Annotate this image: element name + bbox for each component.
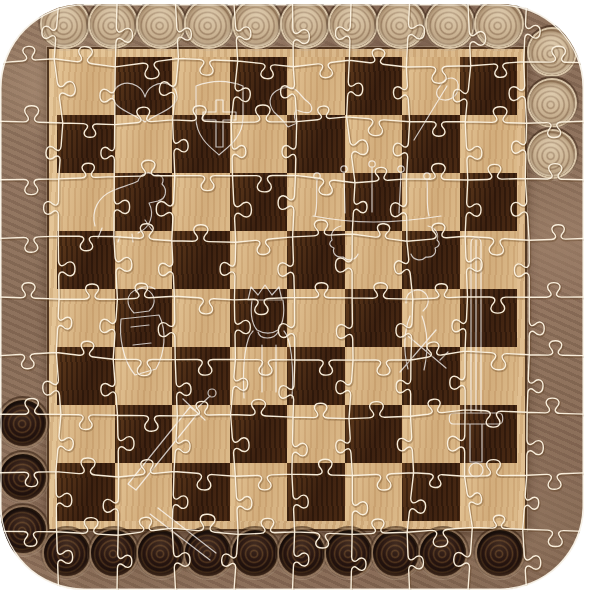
board-square[interactable] <box>460 289 518 347</box>
board-square[interactable] <box>57 405 115 463</box>
dark-checker-disc[interactable] <box>279 530 325 576</box>
board-square[interactable] <box>460 115 518 173</box>
disc-recess <box>472 4 526 51</box>
disc-recess <box>423 4 477 51</box>
dark-checker-disc[interactable] <box>232 530 278 576</box>
disc-recess <box>525 25 579 79</box>
board-square[interactable] <box>460 347 518 405</box>
light-checker-disc[interactable] <box>529 80 575 126</box>
disc-recess <box>230 4 284 51</box>
board-square[interactable] <box>287 347 345 405</box>
disc-recess <box>228 526 282 580</box>
dark-checker-disc[interactable] <box>0 400 46 446</box>
frame-clip-layer <box>0 4 584 590</box>
board-square[interactable] <box>115 463 173 521</box>
light-checker-disc[interactable] <box>427 4 473 47</box>
disc-recess <box>134 526 188 580</box>
board-square[interactable] <box>115 289 173 347</box>
board-square[interactable] <box>345 173 403 231</box>
board-square[interactable] <box>172 231 230 289</box>
disc-recess <box>134 4 188 51</box>
board-square[interactable] <box>172 405 230 463</box>
board-square[interactable] <box>230 173 288 231</box>
board-square[interactable] <box>345 405 403 463</box>
board-square[interactable] <box>402 173 460 231</box>
board-square[interactable] <box>230 405 288 463</box>
light-checker-disc[interactable] <box>90 4 136 47</box>
board-square[interactable] <box>460 173 518 231</box>
board-square[interactable] <box>115 347 173 405</box>
board-square[interactable] <box>287 463 345 521</box>
dark-checker-disc[interactable] <box>477 530 523 576</box>
board-square[interactable] <box>345 463 403 521</box>
board-square[interactable] <box>345 347 403 405</box>
board-square[interactable] <box>172 115 230 173</box>
board-square[interactable] <box>345 115 403 173</box>
dark-checker-disc[interactable] <box>0 507 46 553</box>
board-square[interactable] <box>115 231 173 289</box>
board-square[interactable] <box>57 347 115 405</box>
disc-recess <box>0 396 50 450</box>
disc-recess <box>322 526 376 580</box>
board-square[interactable] <box>172 463 230 521</box>
dark-checker-disc[interactable] <box>185 530 231 576</box>
disc-recess <box>416 526 470 580</box>
disc-recess <box>525 127 579 181</box>
light-checker-disc[interactable] <box>186 4 232 47</box>
board-square[interactable] <box>460 405 518 463</box>
disc-recess <box>374 4 428 51</box>
board-square[interactable] <box>460 57 518 115</box>
dark-checker-disc[interactable] <box>44 530 90 576</box>
board-square[interactable] <box>172 173 230 231</box>
board-square[interactable] <box>287 231 345 289</box>
disc-recess <box>326 4 380 51</box>
disc-recess <box>87 526 141 580</box>
dark-checker-disc[interactable] <box>326 530 372 576</box>
board-square[interactable] <box>230 231 288 289</box>
board-square[interactable] <box>57 289 115 347</box>
disc-recess <box>278 4 332 51</box>
board-square[interactable] <box>57 231 115 289</box>
board-square[interactable] <box>287 115 345 173</box>
light-checker-disc[interactable] <box>234 4 280 47</box>
dark-checker-disc[interactable] <box>373 530 419 576</box>
board-square[interactable] <box>172 289 230 347</box>
board-square[interactable] <box>287 289 345 347</box>
board-square[interactable] <box>402 231 460 289</box>
light-checker-disc[interactable] <box>378 4 424 47</box>
disc-recess <box>275 526 329 580</box>
disc-recess <box>369 526 423 580</box>
board-square[interactable] <box>402 289 460 347</box>
board-square[interactable] <box>115 115 173 173</box>
light-checker-disc[interactable] <box>529 131 575 177</box>
board-square[interactable] <box>230 463 288 521</box>
board-square[interactable] <box>345 231 403 289</box>
disc-recess <box>181 526 235 580</box>
board-square[interactable] <box>172 57 230 115</box>
dark-checker-disc[interactable] <box>91 530 137 576</box>
board-square[interactable] <box>230 57 288 115</box>
disc-recess <box>86 4 140 51</box>
board-square[interactable] <box>402 463 460 521</box>
board-square[interactable] <box>402 347 460 405</box>
light-checker-disc[interactable] <box>529 29 575 75</box>
board-square[interactable] <box>115 57 173 115</box>
board-square[interactable] <box>402 115 460 173</box>
disc-recess <box>525 76 579 130</box>
board-square[interactable] <box>57 57 115 115</box>
board-square[interactable] <box>230 115 288 173</box>
board-square[interactable] <box>287 405 345 463</box>
dark-checker-disc[interactable] <box>0 454 46 500</box>
wooden-chess-jigsaw-puzzle <box>0 0 590 592</box>
light-checker-disc[interactable] <box>282 4 328 47</box>
board-square[interactable] <box>345 289 403 347</box>
board-square[interactable] <box>57 463 115 521</box>
board-square[interactable] <box>460 463 518 521</box>
board-square[interactable] <box>172 347 230 405</box>
disc-recess <box>182 4 236 51</box>
board-square[interactable] <box>287 173 345 231</box>
chessboard <box>47 47 527 531</box>
light-checker-disc[interactable] <box>476 4 522 47</box>
board-grid <box>57 57 517 521</box>
board-square[interactable] <box>402 405 460 463</box>
board-square[interactable] <box>287 57 345 115</box>
dark-checker-disc[interactable] <box>138 530 184 576</box>
board-square[interactable] <box>57 173 115 231</box>
disc-recess <box>0 450 50 504</box>
light-checker-disc[interactable] <box>42 4 88 47</box>
board-square[interactable] <box>57 115 115 173</box>
disc-recess <box>473 526 527 580</box>
board-square[interactable] <box>402 57 460 115</box>
dark-checker-disc[interactable] <box>420 530 466 576</box>
board-square[interactable] <box>115 173 173 231</box>
light-checker-disc[interactable] <box>138 4 184 47</box>
disc-recess <box>38 4 92 51</box>
board-square[interactable] <box>115 405 173 463</box>
board-square[interactable] <box>230 289 288 347</box>
board-square[interactable] <box>345 57 403 115</box>
light-checker-disc[interactable] <box>330 4 376 47</box>
board-square[interactable] <box>460 231 518 289</box>
board-square[interactable] <box>230 347 288 405</box>
